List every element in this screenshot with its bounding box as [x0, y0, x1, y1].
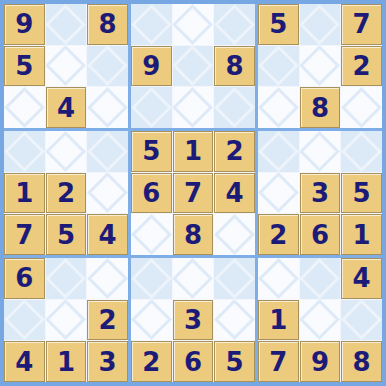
cell-r6c3: 4	[87, 214, 128, 255]
empty-cell-diamond-icon	[214, 214, 255, 255]
cell-r8c9[interactable]	[341, 300, 382, 341]
empty-cell-diamond-icon	[258, 258, 299, 299]
cell-r1c7: 5	[258, 4, 299, 45]
given-digit: 8	[353, 349, 371, 375]
cell-r4c2[interactable]	[46, 131, 87, 172]
given-digit: 4	[226, 180, 244, 206]
cell-r3c6[interactable]	[214, 87, 255, 128]
given-digit: 1	[269, 307, 287, 333]
given-digit: 5	[269, 11, 287, 37]
given-digit: 9	[142, 53, 160, 79]
cell-r6c6[interactable]	[214, 214, 255, 255]
cell-r6c8: 6	[300, 214, 341, 255]
given-digit: 1	[15, 180, 33, 206]
given-digit: 2	[142, 349, 160, 375]
cell-r9c7: 7	[258, 341, 299, 382]
cell-r3c7[interactable]	[258, 87, 299, 128]
empty-cell-diamond-icon	[4, 300, 45, 341]
empty-cell-diamond-icon	[341, 300, 382, 341]
given-digit: 1	[184, 138, 202, 164]
cell-r7c9: 4	[341, 258, 382, 299]
cell-r3c8: 8	[300, 87, 341, 128]
empty-cell-diamond-icon	[46, 4, 87, 45]
empty-cell-diamond-icon	[258, 131, 299, 172]
cell-r6c7: 2	[258, 214, 299, 255]
cell-r7c1: 6	[4, 258, 45, 299]
box-r2c3: 35261	[258, 131, 382, 255]
cell-r9c8: 9	[300, 341, 341, 382]
given-digit: 4	[57, 95, 75, 121]
cell-r7c2[interactable]	[46, 258, 87, 299]
cell-r2c7[interactable]	[258, 46, 299, 87]
cell-r6c2: 5	[46, 214, 87, 255]
cell-r8c1[interactable]	[4, 300, 45, 341]
cell-r5c2: 2	[46, 173, 87, 214]
empty-cell-diamond-icon	[258, 173, 299, 214]
cell-r2c4: 9	[131, 46, 172, 87]
cell-r7c3[interactable]	[87, 258, 128, 299]
cell-r5c8: 3	[300, 173, 341, 214]
empty-cell-diamond-icon	[46, 300, 87, 341]
cell-r2c5[interactable]	[173, 46, 214, 87]
cell-r8c3: 2	[87, 300, 128, 341]
empty-cell-diamond-icon	[87, 87, 128, 128]
empty-cell-diamond-icon	[87, 258, 128, 299]
given-digit: 8	[311, 95, 329, 121]
cell-r5c9: 5	[341, 173, 382, 214]
empty-cell-diamond-icon	[173, 258, 214, 299]
cell-r1c3: 8	[87, 4, 128, 45]
cell-r4c1[interactable]	[4, 131, 45, 172]
empty-cell-diamond-icon	[131, 258, 172, 299]
empty-cell-diamond-icon	[131, 300, 172, 341]
cell-r2c6: 8	[214, 46, 255, 87]
cell-r1c6[interactable]	[214, 4, 255, 45]
empty-cell-diamond-icon	[258, 46, 299, 87]
cell-r4c3[interactable]	[87, 131, 128, 172]
given-digit: 5	[226, 349, 244, 375]
cell-r3c3[interactable]	[87, 87, 128, 128]
empty-cell-diamond-icon	[131, 214, 172, 255]
cell-r3c2: 4	[46, 87, 87, 128]
cell-r7c8[interactable]	[300, 258, 341, 299]
cell-r3c5[interactable]	[173, 87, 214, 128]
empty-cell-diamond-icon	[87, 173, 128, 214]
cell-r1c2[interactable]	[46, 4, 87, 45]
empty-cell-diamond-icon	[341, 131, 382, 172]
cell-r9c9: 8	[341, 341, 382, 382]
cell-r8c2[interactable]	[46, 300, 87, 341]
cell-r1c9: 7	[341, 4, 382, 45]
empty-cell-diamond-icon	[214, 258, 255, 299]
cell-r7c5[interactable]	[173, 258, 214, 299]
empty-cell-diamond-icon	[4, 131, 45, 172]
cell-r9c6: 5	[214, 341, 255, 382]
given-digit: 7	[15, 222, 33, 248]
given-digit: 2	[269, 222, 287, 248]
cell-r1c5[interactable]	[173, 4, 214, 45]
given-digit: 5	[57, 222, 75, 248]
box-r1c2: 98	[131, 4, 255, 128]
given-digit: 7	[184, 180, 202, 206]
given-digit: 6	[184, 349, 202, 375]
given-digit: 6	[15, 265, 33, 291]
cell-r9c2: 1	[46, 341, 87, 382]
cell-r6c9: 1	[341, 214, 382, 255]
cell-r2c3[interactable]	[87, 46, 128, 87]
cell-r5c1: 1	[4, 173, 45, 214]
box-r3c2: 3265	[131, 258, 255, 382]
given-digit: 4	[353, 265, 371, 291]
cell-r7c4[interactable]	[131, 258, 172, 299]
cell-r8c4[interactable]	[131, 300, 172, 341]
cell-r3c1[interactable]	[4, 87, 45, 128]
cell-r6c4[interactable]	[131, 214, 172, 255]
cell-r2c2[interactable]	[46, 46, 87, 87]
cell-r9c5: 6	[173, 341, 214, 382]
given-digit: 1	[57, 349, 75, 375]
given-digit: 5	[353, 180, 371, 206]
cell-r4c7[interactable]	[258, 131, 299, 172]
cell-r2c1: 5	[4, 46, 45, 87]
cell-r2c9: 2	[341, 46, 382, 87]
empty-cell-diamond-icon	[4, 87, 45, 128]
empty-cell-diamond-icon	[300, 131, 341, 172]
cell-r5c3[interactable]	[87, 173, 128, 214]
empty-cell-diamond-icon	[46, 46, 87, 87]
box-r2c1: 12754	[4, 131, 128, 255]
given-digit: 8	[184, 222, 202, 248]
given-digit: 7	[353, 11, 371, 37]
cell-r2c8[interactable]	[300, 46, 341, 87]
cell-r4c4: 5	[131, 131, 172, 172]
cell-r6c5: 8	[173, 214, 214, 255]
empty-cell-diamond-icon	[87, 131, 128, 172]
empty-cell-diamond-icon	[173, 87, 214, 128]
cell-r9c4: 2	[131, 341, 172, 382]
cell-r4c6: 2	[214, 131, 255, 172]
cell-r8c5: 3	[173, 300, 214, 341]
cell-r7c7[interactable]	[258, 258, 299, 299]
cell-r1c1: 9	[4, 4, 45, 45]
given-digit: 5	[15, 53, 33, 79]
cell-r3c9[interactable]	[341, 87, 382, 128]
given-digit: 3	[99, 349, 117, 375]
box-r1c3: 5728	[258, 4, 382, 128]
given-digit: 6	[311, 222, 329, 248]
cell-r8c6[interactable]	[214, 300, 255, 341]
cell-r8c7: 1	[258, 300, 299, 341]
box-r3c3: 41798	[258, 258, 382, 382]
empty-cell-diamond-icon	[46, 258, 87, 299]
cell-r9c1: 4	[4, 341, 45, 382]
given-digit: 3	[184, 307, 202, 333]
box-r1c1: 9854	[4, 4, 128, 128]
given-digit: 2	[226, 138, 244, 164]
cell-r7c6[interactable]	[214, 258, 255, 299]
cell-r9c3: 3	[87, 341, 128, 382]
empty-cell-diamond-icon	[214, 87, 255, 128]
cell-r5c4: 6	[131, 173, 172, 214]
empty-cell-diamond-icon	[214, 4, 255, 45]
cell-r5c6: 4	[214, 173, 255, 214]
cell-r5c5: 7	[173, 173, 214, 214]
empty-cell-diamond-icon	[300, 46, 341, 87]
empty-cell-diamond-icon	[258, 87, 299, 128]
cell-r4c8[interactable]	[300, 131, 341, 172]
cell-r1c8[interactable]	[300, 4, 341, 45]
given-digit: 9	[311, 349, 329, 375]
empty-cell-diamond-icon	[173, 46, 214, 87]
given-digit: 7	[269, 349, 287, 375]
given-digit: 5	[142, 138, 160, 164]
given-digit: 4	[99, 222, 117, 248]
cell-r4c5: 1	[173, 131, 214, 172]
empty-cell-diamond-icon	[131, 4, 172, 45]
cell-r5c7[interactable]	[258, 173, 299, 214]
empty-cell-diamond-icon	[300, 4, 341, 45]
given-digit: 4	[15, 349, 33, 375]
given-digit: 8	[226, 53, 244, 79]
cell-r1c4[interactable]	[131, 4, 172, 45]
empty-cell-diamond-icon	[173, 4, 214, 45]
sudoku-board: 9854985728127545126748352616241332654179…	[0, 0, 386, 386]
given-digit: 2	[57, 180, 75, 206]
given-digit: 3	[311, 180, 329, 206]
empty-cell-diamond-icon	[131, 87, 172, 128]
empty-cell-diamond-icon	[300, 300, 341, 341]
cell-r4c9[interactable]	[341, 131, 382, 172]
given-digit: 8	[99, 11, 117, 37]
given-digit: 2	[353, 53, 371, 79]
empty-cell-diamond-icon	[341, 87, 382, 128]
box-r3c1: 62413	[4, 258, 128, 382]
empty-cell-diamond-icon	[46, 131, 87, 172]
empty-cell-diamond-icon	[87, 46, 128, 87]
empty-cell-diamond-icon	[214, 300, 255, 341]
cell-r8c8[interactable]	[300, 300, 341, 341]
given-digit: 2	[99, 307, 117, 333]
cell-r6c1: 7	[4, 214, 45, 255]
given-digit: 6	[142, 180, 160, 206]
cell-r3c4[interactable]	[131, 87, 172, 128]
given-digit: 9	[15, 11, 33, 37]
box-r2c2: 5126748	[131, 131, 255, 255]
given-digit: 1	[353, 222, 371, 248]
empty-cell-diamond-icon	[300, 258, 341, 299]
